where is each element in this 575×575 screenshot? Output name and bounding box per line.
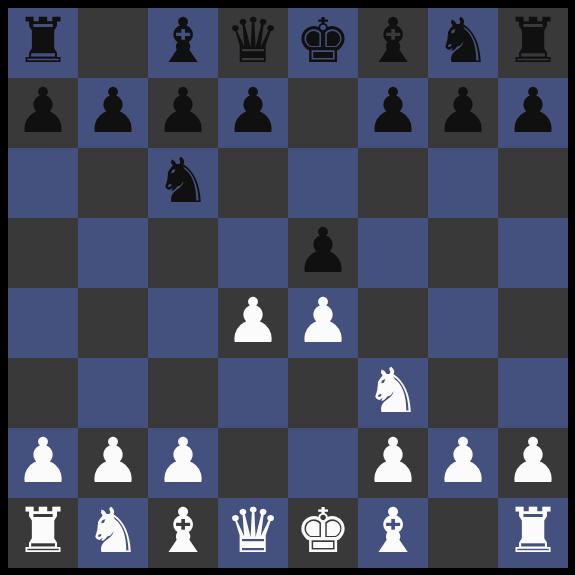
square-c1[interactable]: ♝ (148, 498, 218, 568)
square-a3[interactable] (8, 358, 78, 428)
piece-black-pawn[interactable]: ♟ (15, 78, 71, 146)
piece-white-knight[interactable]: ♞ (365, 358, 421, 426)
square-f4[interactable] (358, 288, 428, 358)
square-d1[interactable]: ♛ (218, 498, 288, 568)
square-f1[interactable]: ♝ (358, 498, 428, 568)
square-h1[interactable]: ♜ (498, 498, 568, 568)
piece-white-pawn[interactable]: ♟ (365, 428, 421, 496)
square-d5[interactable] (218, 218, 288, 288)
square-c5[interactable] (148, 218, 218, 288)
square-e2[interactable] (288, 428, 358, 498)
square-c3[interactable] (148, 358, 218, 428)
piece-black-pawn[interactable]: ♟ (435, 78, 491, 146)
square-f5[interactable] (358, 218, 428, 288)
square-e4[interactable]: ♟ (288, 288, 358, 358)
chess-board-frame: ♜♝♛♚♝♞♜♟♟♟♟♟♟♟♞♟♟♟♞♟♟♟♟♟♟♜♞♝♛♚♝♜ (0, 0, 575, 575)
piece-black-queen[interactable]: ♛ (225, 8, 281, 76)
piece-white-bishop[interactable]: ♝ (155, 498, 211, 566)
square-a7[interactable]: ♟ (8, 78, 78, 148)
square-d6[interactable] (218, 148, 288, 218)
square-f3[interactable]: ♞ (358, 358, 428, 428)
square-c6[interactable]: ♞ (148, 148, 218, 218)
piece-black-king[interactable]: ♚ (295, 8, 351, 76)
piece-black-bishop[interactable]: ♝ (365, 8, 421, 76)
square-d8[interactable]: ♛ (218, 8, 288, 78)
square-g5[interactable] (428, 218, 498, 288)
square-g8[interactable]: ♞ (428, 8, 498, 78)
piece-white-rook[interactable]: ♜ (505, 498, 561, 566)
square-d3[interactable] (218, 358, 288, 428)
square-c8[interactable]: ♝ (148, 8, 218, 78)
square-b5[interactable] (78, 218, 148, 288)
piece-black-bishop[interactable]: ♝ (155, 8, 211, 76)
square-c7[interactable]: ♟ (148, 78, 218, 148)
square-b1[interactable]: ♞ (78, 498, 148, 568)
square-e3[interactable] (288, 358, 358, 428)
piece-black-pawn[interactable]: ♟ (505, 78, 561, 146)
square-e7[interactable] (288, 78, 358, 148)
piece-white-king[interactable]: ♚ (295, 498, 351, 566)
chess-board: ♜♝♛♚♝♞♜♟♟♟♟♟♟♟♞♟♟♟♞♟♟♟♟♟♟♜♞♝♛♚♝♜ (8, 8, 568, 568)
square-b6[interactable] (78, 148, 148, 218)
piece-white-queen[interactable]: ♛ (225, 498, 281, 566)
square-e6[interactable] (288, 148, 358, 218)
square-d4[interactable]: ♟ (218, 288, 288, 358)
square-d2[interactable] (218, 428, 288, 498)
piece-black-pawn[interactable]: ♟ (225, 78, 281, 146)
square-h3[interactable] (498, 358, 568, 428)
square-e8[interactable]: ♚ (288, 8, 358, 78)
square-f7[interactable]: ♟ (358, 78, 428, 148)
piece-white-pawn[interactable]: ♟ (435, 428, 491, 496)
square-g7[interactable]: ♟ (428, 78, 498, 148)
square-e1[interactable]: ♚ (288, 498, 358, 568)
piece-black-pawn[interactable]: ♟ (365, 78, 421, 146)
square-a5[interactable] (8, 218, 78, 288)
piece-black-rook[interactable]: ♜ (505, 8, 561, 76)
square-h4[interactable] (498, 288, 568, 358)
square-f6[interactable] (358, 148, 428, 218)
square-b8[interactable] (78, 8, 148, 78)
piece-white-pawn[interactable]: ♟ (155, 428, 211, 496)
piece-white-pawn[interactable]: ♟ (295, 288, 351, 356)
square-b3[interactable] (78, 358, 148, 428)
piece-black-pawn[interactable]: ♟ (85, 78, 141, 146)
square-g4[interactable] (428, 288, 498, 358)
square-c2[interactable]: ♟ (148, 428, 218, 498)
square-b2[interactable]: ♟ (78, 428, 148, 498)
square-e5[interactable]: ♟ (288, 218, 358, 288)
piece-white-pawn[interactable]: ♟ (15, 428, 71, 496)
piece-black-rook[interactable]: ♜ (15, 8, 71, 76)
piece-white-bishop[interactable]: ♝ (365, 498, 421, 566)
square-g1[interactable] (428, 498, 498, 568)
square-b4[interactable] (78, 288, 148, 358)
piece-white-rook[interactable]: ♜ (15, 498, 71, 566)
piece-white-pawn[interactable]: ♟ (505, 428, 561, 496)
square-h2[interactable]: ♟ (498, 428, 568, 498)
piece-white-pawn[interactable]: ♟ (85, 428, 141, 496)
square-g2[interactable]: ♟ (428, 428, 498, 498)
square-d7[interactable]: ♟ (218, 78, 288, 148)
square-h8[interactable]: ♜ (498, 8, 568, 78)
square-a4[interactable] (8, 288, 78, 358)
square-c4[interactable] (148, 288, 218, 358)
square-h5[interactable] (498, 218, 568, 288)
square-a8[interactable]: ♜ (8, 8, 78, 78)
piece-black-knight[interactable]: ♞ (435, 8, 491, 76)
square-h7[interactable]: ♟ (498, 78, 568, 148)
square-f8[interactable]: ♝ (358, 8, 428, 78)
square-h6[interactable] (498, 148, 568, 218)
piece-black-knight[interactable]: ♞ (155, 148, 211, 216)
piece-white-knight[interactable]: ♞ (85, 498, 141, 566)
piece-black-pawn[interactable]: ♟ (295, 218, 351, 286)
piece-black-pawn[interactable]: ♟ (155, 78, 211, 146)
square-f2[interactable]: ♟ (358, 428, 428, 498)
square-a6[interactable] (8, 148, 78, 218)
square-g6[interactable] (428, 148, 498, 218)
square-a1[interactable]: ♜ (8, 498, 78, 568)
square-a2[interactable]: ♟ (8, 428, 78, 498)
piece-white-pawn[interactable]: ♟ (225, 288, 281, 356)
square-b7[interactable]: ♟ (78, 78, 148, 148)
square-g3[interactable] (428, 358, 498, 428)
